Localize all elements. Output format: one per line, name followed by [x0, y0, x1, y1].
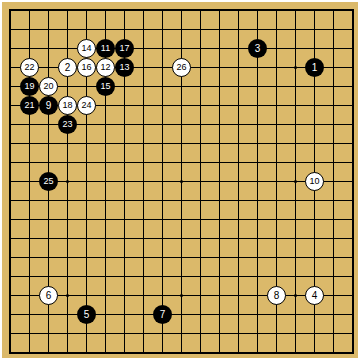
- move-number: 2: [65, 63, 71, 73]
- go-board: 1234567891011121314151617181920212223242…: [0, 0, 361, 361]
- move-number: 1: [312, 63, 318, 73]
- grid-line-vertical: [238, 10, 239, 353]
- move-number: 13: [119, 63, 129, 72]
- move-number: 3: [255, 44, 261, 54]
- move-number: 9: [46, 101, 52, 111]
- stone-white-16: 16: [77, 58, 96, 77]
- grid-line-vertical: [219, 10, 220, 353]
- grid-line-vertical: [257, 10, 258, 353]
- stone-white-8: 8: [267, 286, 286, 305]
- move-number: 22: [24, 63, 34, 72]
- stone-black-17: 17: [115, 39, 134, 58]
- stone-white-26: 26: [172, 58, 191, 77]
- move-number: 5: [84, 310, 90, 320]
- stone-black-25: 25: [39, 172, 58, 191]
- star-point: [294, 66, 297, 69]
- move-number: 14: [81, 44, 91, 53]
- move-number: 26: [176, 63, 186, 72]
- grid-line-vertical: [333, 10, 334, 353]
- stone-white-14: 14: [77, 39, 96, 58]
- star-point: [294, 294, 297, 297]
- star-point: [180, 294, 183, 297]
- stone-black-9: 9: [39, 96, 58, 115]
- move-number: 15: [100, 82, 110, 91]
- stone-black-1: 1: [305, 58, 324, 77]
- stone-white-6: 6: [39, 286, 58, 305]
- stone-white-22: 22: [20, 58, 39, 77]
- move-number: 11: [101, 44, 110, 53]
- grid-line-horizontal: [10, 276, 353, 277]
- stone-white-12: 12: [96, 58, 115, 77]
- stone-black-13: 13: [115, 58, 134, 77]
- move-number: 24: [81, 101, 91, 110]
- stone-white-10: 10: [305, 172, 324, 191]
- grid-line-horizontal: [10, 238, 353, 239]
- grid-line-horizontal: [10, 314, 353, 315]
- stone-black-23: 23: [58, 115, 77, 134]
- move-number: 6: [46, 291, 52, 301]
- move-number: 17: [119, 44, 129, 53]
- stone-black-19: 19: [20, 77, 39, 96]
- star-point: [294, 180, 297, 183]
- stone-black-5: 5: [77, 305, 96, 324]
- move-number: 8: [274, 291, 280, 301]
- move-number: 19: [24, 82, 34, 91]
- stone-black-7: 7: [153, 305, 172, 324]
- stone-black-3: 3: [248, 39, 267, 58]
- move-number: 21: [24, 101, 34, 110]
- stone-black-11: 11: [96, 39, 115, 58]
- star-point: [66, 294, 69, 297]
- grid-line-horizontal: [10, 257, 353, 258]
- move-number: 4: [312, 291, 318, 301]
- move-number: 7: [160, 310, 166, 320]
- grid-line-vertical: [200, 10, 201, 353]
- grid-line-horizontal: [10, 219, 353, 220]
- move-number: 20: [43, 82, 53, 91]
- stone-white-20: 20: [39, 77, 58, 96]
- grid-line-horizontal: [10, 200, 353, 201]
- stone-black-15: 15: [96, 77, 115, 96]
- move-number: 18: [62, 101, 72, 110]
- star-point: [180, 180, 183, 183]
- stone-white-18: 18: [58, 96, 77, 115]
- move-number: 12: [100, 63, 110, 72]
- grid-line-horizontal: [10, 333, 353, 334]
- move-number: 25: [43, 177, 53, 186]
- move-number: 10: [309, 177, 319, 186]
- star-point: [66, 180, 69, 183]
- stone-white-24: 24: [77, 96, 96, 115]
- move-number: 23: [62, 120, 72, 129]
- move-number: 16: [81, 63, 91, 72]
- stone-black-21: 21: [20, 96, 39, 115]
- stone-white-4: 4: [305, 286, 324, 305]
- stone-white-2: 2: [58, 58, 77, 77]
